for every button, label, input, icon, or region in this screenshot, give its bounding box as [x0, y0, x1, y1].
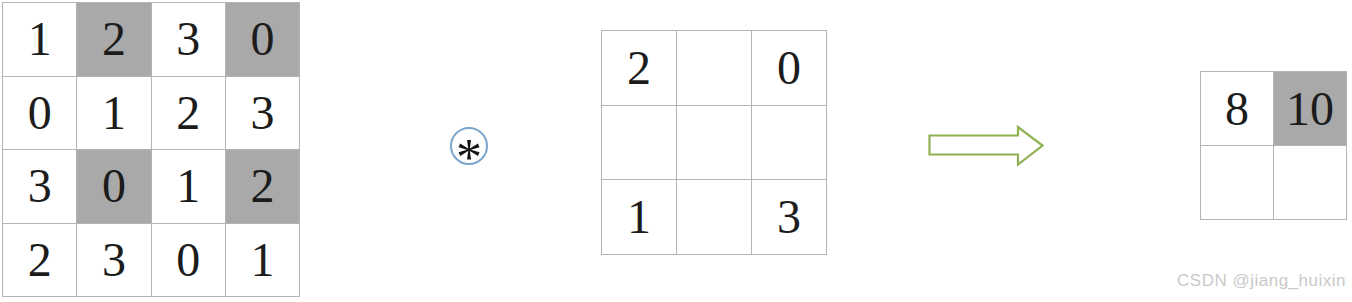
- kernel-cell-r1c1: [677, 106, 751, 180]
- kernel-cell-r0c2: 0: [752, 31, 826, 105]
- input-cell-r3c1: 3: [77, 224, 150, 297]
- output-cell-r1c1: [1274, 146, 1346, 219]
- input-cell-r2c1: 0: [77, 150, 150, 223]
- kernel-cell-r1c0: [602, 106, 676, 180]
- input-cell-r2c2: 1: [152, 150, 225, 223]
- input-cell-r1c2: 2: [152, 77, 225, 150]
- input-grid: 1230012330122301: [2, 2, 300, 297]
- convolution-operator-circle: *: [450, 127, 488, 165]
- input-cell-r3c2: 0: [152, 224, 225, 297]
- kernel-grid: 2013: [601, 30, 827, 255]
- output-grid: 810: [1200, 71, 1347, 220]
- output-cell-r1c0: [1201, 146, 1273, 219]
- input-cell-r2c3: 2: [226, 150, 299, 223]
- input-cell-r3c3: 1: [226, 224, 299, 297]
- output-cell-r0c0: 8: [1201, 72, 1273, 145]
- input-cell-r0c3: 0: [226, 3, 299, 76]
- right-arrow-icon: [928, 125, 1045, 168]
- input-cell-r0c1: 2: [77, 3, 150, 76]
- asterisk-operator-icon: *: [456, 127, 482, 186]
- input-cell-r0c0: 1: [3, 3, 76, 76]
- kernel-cell-r2c0: 1: [602, 180, 676, 254]
- convolution-diagram: 1230012330122301 * 2013 810 CSDN @jiang_…: [0, 0, 1352, 302]
- kernel-cell-r2c2: 3: [752, 180, 826, 254]
- kernel-cell-r0c1: [677, 31, 751, 105]
- input-cell-r1c3: 3: [226, 77, 299, 150]
- input-cell-r1c0: 0: [3, 77, 76, 150]
- input-cell-r1c1: 1: [77, 77, 150, 150]
- kernel-cell-r1c2: [752, 106, 826, 180]
- watermark: CSDN @jiang_huixin: [1177, 271, 1346, 291]
- output-cell-r0c1: 10: [1274, 72, 1346, 145]
- kernel-cell-r2c1: [677, 180, 751, 254]
- input-cell-r2c0: 3: [3, 150, 76, 223]
- input-cell-r3c0: 2: [3, 224, 76, 297]
- input-cell-r0c2: 3: [152, 3, 225, 76]
- kernel-cell-r0c0: 2: [602, 31, 676, 105]
